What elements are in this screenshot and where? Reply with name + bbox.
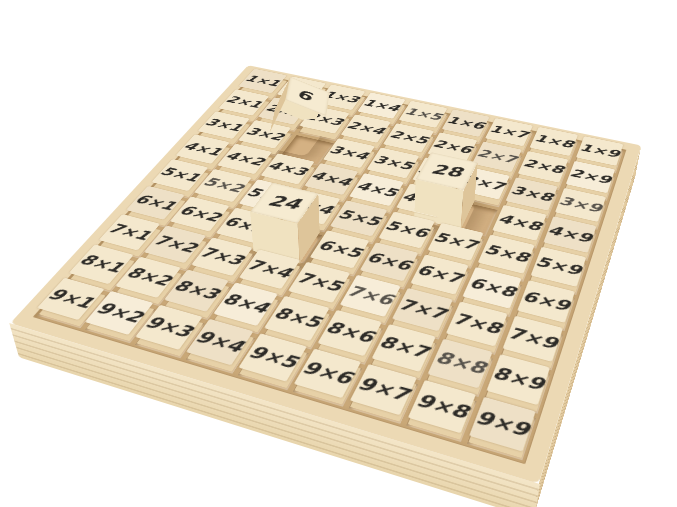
- tile-label: 2×8: [522, 158, 565, 176]
- tile-label: 3×1: [203, 117, 245, 133]
- tile-label: 2×7: [476, 148, 519, 166]
- tile-label: 4×8: [496, 212, 542, 233]
- multiplication-board: 1×11×21×31×41×51×61×71×81×92×12×22×32×42…: [10, 65, 641, 483]
- tile-label: 6×8: [467, 275, 517, 299]
- tile-label: 4×5: [354, 180, 399, 199]
- tile-label: 3×4: [328, 144, 371, 161]
- cube-28-value: 28: [430, 162, 464, 179]
- tile-label: 9×5: [246, 343, 301, 371]
- tile-label: 5×7: [432, 231, 480, 253]
- tile-label: 4×4: [309, 170, 353, 189]
- tile-label: 8×6: [323, 319, 376, 346]
- tile-label: 6×6: [365, 250, 414, 273]
- tile-label: 5×5: [336, 208, 383, 228]
- tile-label: 1×6: [445, 115, 486, 131]
- tile-label: 1×4: [362, 98, 402, 113]
- tile-label: 7×8: [451, 311, 503, 337]
- tile-1x6[interactable]: 1×6: [441, 109, 489, 137]
- tile-label: 9×8: [414, 391, 471, 422]
- tile-label: 5×8: [482, 243, 530, 265]
- tile-label: 8×8: [433, 349, 487, 377]
- tile-label: 7×3: [197, 245, 246, 267]
- tile-label: 6×2: [177, 204, 224, 224]
- product-photo-stage: 1×11×21×31×41×51×61×71×81×92×12×22×32×42…: [0, 0, 677, 507]
- slot-9x9: 9×9: [466, 403, 536, 461]
- tile-label: 3×8: [509, 184, 554, 203]
- tile-label: 9×9: [474, 408, 532, 440]
- slot-9x8: 9×8: [406, 386, 476, 442]
- tile-label: 8×5: [271, 305, 323, 331]
- tile-label: 5×6: [383, 219, 430, 240]
- tile-label: 1×5: [403, 106, 444, 122]
- cube-24-value: 24: [266, 193, 303, 211]
- tile-label: 5×1: [158, 166, 203, 184]
- tile-1x9[interactable]: 1×9: [576, 136, 624, 166]
- tile-label: 4×3: [266, 160, 310, 178]
- tile-label: 8×9: [491, 365, 546, 394]
- tile-label: 4×1: [181, 140, 224, 157]
- tile-label: 9×7: [356, 374, 412, 404]
- tile-label: 7×5: [294, 270, 344, 294]
- tile-label: 6×9: [521, 289, 572, 314]
- tile-label: 8×3: [171, 278, 222, 302]
- tile-label: 4×2: [223, 150, 267, 168]
- tile-label: 2×4: [345, 120, 387, 136]
- tile-label: 7×7: [397, 297, 449, 322]
- tile-label: 9×4: [193, 328, 247, 355]
- tile-label: 8×4: [220, 291, 272, 316]
- tile-label: 9×3: [142, 314, 195, 340]
- tile-label: 7×2: [151, 233, 200, 255]
- tile-label: 1×8: [533, 133, 575, 150]
- tile-label: 5×2: [201, 176, 246, 195]
- tile-label: 7×9: [506, 325, 559, 352]
- tile-label: 6×1: [133, 193, 179, 213]
- tile-label: 1×7: [489, 124, 530, 140]
- tile-label: 7×4: [245, 258, 295, 281]
- tile-label: 2×3: [304, 112, 345, 128]
- tile-label: 8×2: [123, 265, 173, 288]
- tile-label: 3×9: [558, 195, 603, 215]
- tile-label: 2×1: [224, 95, 264, 110]
- tile-grid: 1×11×21×31×41×51×61×71×81×92×12×22×32×42…: [33, 73, 627, 464]
- tile-label: 8×1: [77, 253, 127, 276]
- tile-label: 2×5: [388, 129, 430, 146]
- tile-label: 6×5: [316, 238, 364, 260]
- tile-label: 2×9: [569, 168, 613, 186]
- tile-label: 1×9: [579, 142, 621, 159]
- tile-1x7[interactable]: 1×7: [485, 118, 533, 146]
- tile-label: 3×5: [372, 154, 415, 172]
- tile-label: 8×7: [377, 334, 431, 361]
- tile-label: 7×1: [106, 222, 154, 243]
- tile-1x8[interactable]: 1×8: [530, 127, 578, 156]
- tile-label: 7×6: [345, 283, 396, 307]
- tile-label: 9×2: [93, 300, 146, 325]
- tile-label: 4×9: [546, 224, 593, 245]
- tile-label: 9×6: [300, 358, 355, 387]
- tile-label: 1×1: [243, 74, 282, 88]
- tile-label: 6×7: [415, 263, 465, 286]
- tile-label: 5×9: [534, 255, 583, 278]
